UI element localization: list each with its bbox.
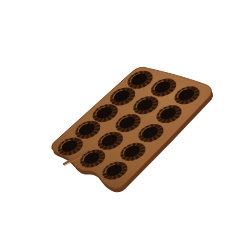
photo-stage bbox=[0, 0, 250, 250]
chocolate-mold-photo bbox=[0, 0, 250, 250]
